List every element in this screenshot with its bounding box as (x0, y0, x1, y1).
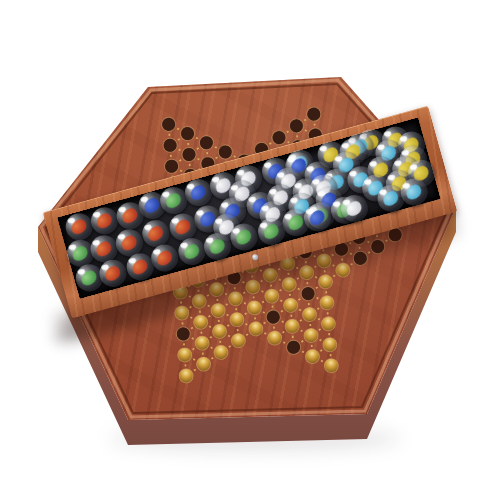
marble-red (87, 204, 120, 237)
product-photo (0, 0, 500, 500)
tray-metal-pin (252, 254, 259, 261)
marble-red (62, 210, 95, 243)
